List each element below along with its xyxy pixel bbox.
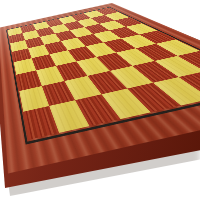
background: [0, 0, 200, 200]
squares-grid: [8, 8, 200, 140]
